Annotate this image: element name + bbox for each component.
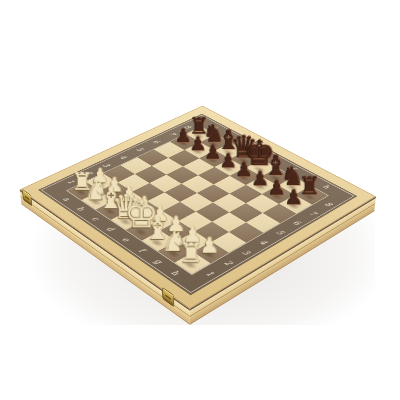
square-e5[interactable] bbox=[197, 184, 230, 202]
piece-glyph: ♟ bbox=[267, 187, 320, 207]
photo-stage: abcdefgh abcdefgh 87654321 87654321 ♜♞♝♛… bbox=[0, 0, 400, 400]
piece-glyph: ♜ bbox=[162, 240, 219, 266]
